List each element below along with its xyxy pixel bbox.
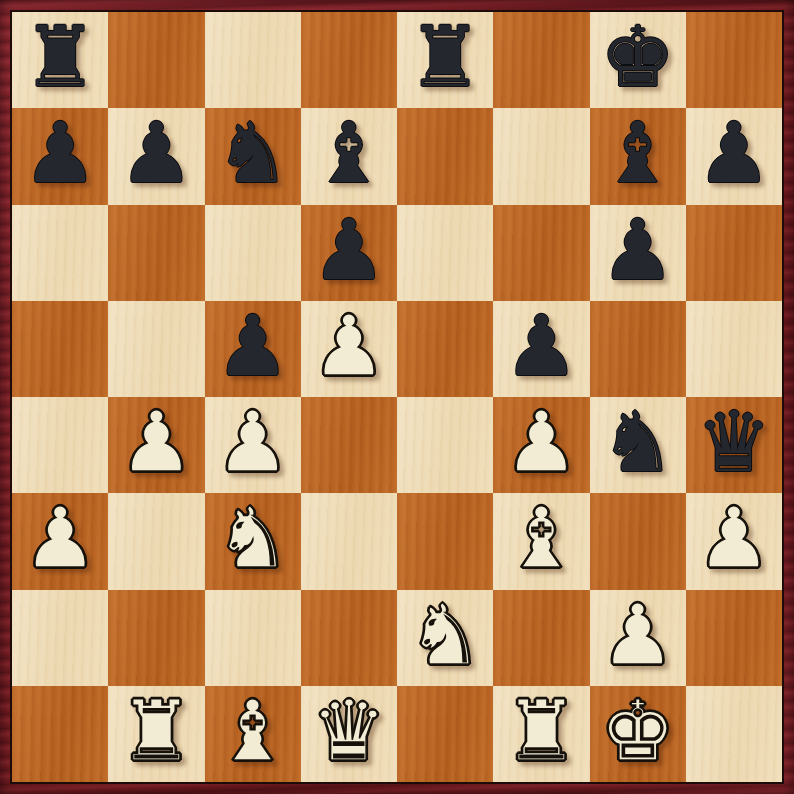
piece-black-pawn[interactable]: ♟ — [215, 304, 290, 388]
square-a4[interactable] — [12, 397, 108, 493]
square-f1[interactable]: ♜ — [493, 686, 589, 782]
square-a2[interactable] — [12, 590, 108, 686]
square-e1[interactable] — [397, 686, 493, 782]
square-b5[interactable] — [108, 301, 204, 397]
square-b6[interactable] — [108, 205, 204, 301]
piece-white-pawn[interactable]: ♟ — [311, 304, 386, 388]
piece-black-rook[interactable]: ♜ — [407, 15, 482, 99]
piece-white-bishop[interactable]: ♝ — [504, 496, 579, 580]
piece-black-knight[interactable]: ♞ — [215, 111, 290, 195]
piece-white-queen[interactable]: ♛ — [311, 689, 386, 773]
square-b1[interactable]: ♜ — [108, 686, 204, 782]
square-f3[interactable]: ♝ — [493, 493, 589, 589]
square-a1[interactable] — [12, 686, 108, 782]
square-b7[interactable]: ♟ — [108, 108, 204, 204]
square-c4[interactable]: ♟ — [205, 397, 301, 493]
square-c6[interactable] — [205, 205, 301, 301]
square-e7[interactable] — [397, 108, 493, 204]
square-h3[interactable]: ♟ — [686, 493, 782, 589]
square-e2[interactable]: ♞ — [397, 590, 493, 686]
square-a3[interactable]: ♟ — [12, 493, 108, 589]
piece-white-pawn[interactable]: ♟ — [696, 496, 771, 580]
square-c2[interactable] — [205, 590, 301, 686]
square-d7[interactable]: ♝ — [301, 108, 397, 204]
piece-white-pawn[interactable]: ♟ — [504, 400, 579, 484]
square-g5[interactable] — [590, 301, 686, 397]
square-d5[interactable]: ♟ — [301, 301, 397, 397]
piece-white-knight[interactable]: ♞ — [215, 496, 290, 580]
square-f6[interactable] — [493, 205, 589, 301]
square-b4[interactable]: ♟ — [108, 397, 204, 493]
piece-black-bishop[interactable]: ♝ — [311, 111, 386, 195]
square-d8[interactable] — [301, 12, 397, 108]
square-g4[interactable]: ♞ — [590, 397, 686, 493]
piece-white-king[interactable]: ♚ — [600, 689, 675, 773]
piece-white-knight[interactable]: ♞ — [407, 593, 482, 677]
piece-white-pawn[interactable]: ♟ — [22, 496, 97, 580]
square-e5[interactable] — [397, 301, 493, 397]
square-a6[interactable] — [12, 205, 108, 301]
chess-board: ♜♜♚♟♟♞♝♝♟♟♟♟♟♟♟♟♟♞♛♟♞♝♟♞♟♜♝♛♜♚ — [10, 10, 784, 784]
square-f2[interactable] — [493, 590, 589, 686]
square-d6[interactable]: ♟ — [301, 205, 397, 301]
square-g3[interactable] — [590, 493, 686, 589]
square-h7[interactable]: ♟ — [686, 108, 782, 204]
piece-black-king[interactable]: ♚ — [600, 15, 675, 99]
square-c3[interactable]: ♞ — [205, 493, 301, 589]
square-g1[interactable]: ♚ — [590, 686, 686, 782]
square-b3[interactable] — [108, 493, 204, 589]
piece-black-knight[interactable]: ♞ — [600, 400, 675, 484]
piece-black-pawn[interactable]: ♟ — [504, 304, 579, 388]
square-c5[interactable]: ♟ — [205, 301, 301, 397]
square-h5[interactable] — [686, 301, 782, 397]
piece-black-pawn[interactable]: ♟ — [119, 111, 194, 195]
piece-black-bishop[interactable]: ♝ — [600, 111, 675, 195]
square-c8[interactable] — [205, 12, 301, 108]
piece-black-pawn[interactable]: ♟ — [311, 208, 386, 292]
square-f5[interactable]: ♟ — [493, 301, 589, 397]
square-h8[interactable] — [686, 12, 782, 108]
piece-white-pawn[interactable]: ♟ — [600, 593, 675, 677]
square-b2[interactable] — [108, 590, 204, 686]
piece-black-queen[interactable]: ♛ — [696, 400, 771, 484]
square-g6[interactable]: ♟ — [590, 205, 686, 301]
square-h2[interactable] — [686, 590, 782, 686]
square-b8[interactable] — [108, 12, 204, 108]
square-g7[interactable]: ♝ — [590, 108, 686, 204]
square-g2[interactable]: ♟ — [590, 590, 686, 686]
piece-white-pawn[interactable]: ♟ — [119, 400, 194, 484]
square-d4[interactable] — [301, 397, 397, 493]
square-h4[interactable]: ♛ — [686, 397, 782, 493]
square-h1[interactable] — [686, 686, 782, 782]
square-f4[interactable]: ♟ — [493, 397, 589, 493]
square-a8[interactable]: ♜ — [12, 12, 108, 108]
piece-white-pawn[interactable]: ♟ — [215, 400, 290, 484]
board-frame: ♜♜♚♟♟♞♝♝♟♟♟♟♟♟♟♟♟♞♛♟♞♝♟♞♟♜♝♛♜♚ — [0, 0, 794, 794]
square-f7[interactable] — [493, 108, 589, 204]
square-e6[interactable] — [397, 205, 493, 301]
square-a7[interactable]: ♟ — [12, 108, 108, 204]
piece-black-rook[interactable]: ♜ — [22, 15, 97, 99]
square-e3[interactable] — [397, 493, 493, 589]
square-d3[interactable] — [301, 493, 397, 589]
piece-white-bishop[interactable]: ♝ — [215, 689, 290, 773]
square-d1[interactable]: ♛ — [301, 686, 397, 782]
square-h6[interactable] — [686, 205, 782, 301]
piece-black-pawn[interactable]: ♟ — [696, 111, 771, 195]
piece-black-pawn[interactable]: ♟ — [600, 208, 675, 292]
square-c1[interactable]: ♝ — [205, 686, 301, 782]
square-f8[interactable] — [493, 12, 589, 108]
piece-white-rook[interactable]: ♜ — [119, 689, 194, 773]
square-e8[interactable]: ♜ — [397, 12, 493, 108]
square-c7[interactable]: ♞ — [205, 108, 301, 204]
piece-white-rook[interactable]: ♜ — [504, 689, 579, 773]
square-d2[interactable] — [301, 590, 397, 686]
square-e4[interactable] — [397, 397, 493, 493]
piece-black-pawn[interactable]: ♟ — [22, 111, 97, 195]
square-a5[interactable] — [12, 301, 108, 397]
square-g8[interactable]: ♚ — [590, 12, 686, 108]
